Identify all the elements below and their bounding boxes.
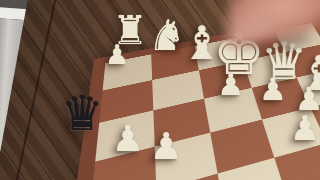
photo-vignette <box>0 0 320 180</box>
chess-photo-scene: ♜♞♝♟♚♛♝♟♟♟♛♟♟♟ <box>0 0 320 180</box>
